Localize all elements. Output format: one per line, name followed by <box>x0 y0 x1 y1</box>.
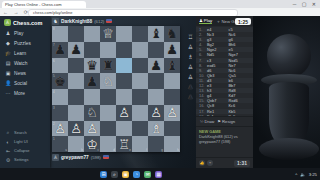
square-e3[interactable]: ♙ <box>116 105 132 121</box>
white-piece-n-c3[interactable]: ♘ <box>86 106 98 119</box>
square-h6[interactable]: ♝ <box>164 58 180 74</box>
captured-piece: ♙ <box>188 64 193 70</box>
file-label: c <box>98 148 100 152</box>
more-icon: ⋯ <box>5 90 11 96</box>
square-g2[interactable]: ♗ <box>148 121 164 137</box>
square-g6[interactable]: ♟ <box>148 58 164 74</box>
square-d2[interactable] <box>100 121 116 137</box>
square-h5[interactable] <box>164 73 180 89</box>
square-d8[interactable]: ♕ <box>100 26 116 42</box>
rank-label: 4 <box>53 90 55 94</box>
black-piece-n-h8[interactable]: ♞ <box>166 27 178 40</box>
site-logo[interactable]: ♙ Chess.com <box>0 16 50 28</box>
white-piece-k-c1[interactable]: ♔ <box>86 138 98 151</box>
player-clock: 1:31 <box>234 160 250 167</box>
taskbar-mail-icon[interactable]: ✉ <box>144 171 151 178</box>
opponent-name[interactable]: DarkKnight88 <box>61 19 92 24</box>
resign-button[interactable]: ⚑ Resign <box>217 119 235 124</box>
taskbar-search-icon[interactable]: ⌕ <box>111 171 118 178</box>
resign-flag-icon: ⚑ <box>217 119 221 124</box>
square-b8[interactable] <box>68 26 84 42</box>
square-g3[interactable]: ♙ <box>148 105 164 121</box>
square-c1[interactable]: c♔ <box>84 136 100 152</box>
square-a8[interactable]: 8 <box>52 26 68 42</box>
opponent-rating: (612) <box>94 19 104 24</box>
square-b5[interactable] <box>68 73 84 89</box>
rank-label: 3 <box>53 106 55 110</box>
square-e8[interactable] <box>116 26 132 42</box>
sidebar-item-light-ui[interactable]: ◐Light UI <box>0 137 50 146</box>
square-d4[interactable] <box>100 89 116 105</box>
square-h7[interactable]: ♟ <box>164 42 180 58</box>
square-f2[interactable] <box>132 121 148 137</box>
square-a1[interactable]: 1a <box>52 136 68 152</box>
windows-taskbar: ⊞⌕▣◔✉▦ ^ 🔈 3:25 <box>0 168 320 180</box>
player-flag-icon <box>103 155 109 159</box>
white-piece-p-a2[interactable]: ♙ <box>54 122 66 135</box>
square-h3[interactable]: ♙ <box>164 105 180 121</box>
draw-icon: ½ <box>200 119 204 124</box>
thumbs-up-icon[interactable]: 👍 <box>199 160 205 166</box>
square-d7[interactable] <box>100 42 116 58</box>
giant-pawn-base <box>259 138 319 160</box>
sidebar-item-more[interactable]: ⋯More <box>0 88 50 98</box>
tab-new-game-icon: ＋ <box>216 19 220 24</box>
puzzles-icon: ◆ <box>5 40 11 46</box>
square-g7[interactable] <box>148 42 164 58</box>
square-d1[interactable]: d <box>100 136 116 152</box>
square-b7[interactable]: ♟ <box>68 42 84 58</box>
file-label: e <box>129 148 131 152</box>
search-icon: ⌕ <box>5 129 11 136</box>
square-g4[interactable] <box>148 89 164 105</box>
square-h1[interactable]: h <box>164 136 180 152</box>
black-piece-b-h6[interactable]: ♝ <box>166 59 178 72</box>
file-label: g <box>161 148 163 152</box>
rank-label: 8 <box>53 27 55 31</box>
system-tray[interactable]: ^ 🔈 3:25 <box>295 172 317 177</box>
player-avatar[interactable]: ♙ <box>52 154 59 161</box>
add-icon[interactable]: ＋ <box>207 160 213 166</box>
captured-piece: ♙ <box>188 74 193 80</box>
black-piece-q-c6[interactable]: ♛ <box>86 59 98 72</box>
square-e5[interactable] <box>116 73 132 89</box>
square-e4[interactable] <box>116 89 132 105</box>
white-piece-p-b2[interactable]: ♙ <box>70 122 82 135</box>
chat-line: greypawn77 (598) <box>199 139 250 144</box>
captured-piece: ♟ <box>188 84 193 90</box>
sidebar-item-learn[interactable]: 🎓Learn <box>0 48 50 58</box>
square-e1[interactable]: e♖ <box>116 136 132 152</box>
move-list[interactable]: 1.e4c52.Nc3Nc63.g3g64.Bg2Bh65.Nge2e56.Nd… <box>196 26 253 116</box>
square-g1[interactable]: g <box>148 136 164 152</box>
square-c5[interactable]: ♟ <box>84 73 100 89</box>
panel-tabs: ♟ Play ＋ New Game 1:25 <box>196 16 253 26</box>
page-background: ♙ Chess.com ♟Play◆Puzzles🎓Learn▤Watch▣Ne… <box>0 16 320 168</box>
square-a7[interactable]: 7♟ <box>52 42 68 58</box>
tray-chevron-icon[interactable]: ^ <box>295 172 297 177</box>
chat-box[interactable]: NEW GAME DarkKnight88 (612) vs greypawn7… <box>196 126 253 157</box>
panel-bottom-bar: 👍 ＋ 1:31 <box>196 157 253 168</box>
black-piece-p-h7[interactable]: ♟ <box>166 43 178 56</box>
giant-pawn-body <box>269 82 309 144</box>
white-piece-p-h3[interactable]: ♙ <box>166 106 178 119</box>
white-piece-p-e3[interactable]: ♙ <box>118 106 130 119</box>
rank-label: 6 <box>53 59 55 63</box>
black-piece-k-a5[interactable]: ♚ <box>54 75 66 88</box>
square-h8[interactable]: ♞ <box>164 26 180 42</box>
square-h4[interactable] <box>164 89 180 105</box>
file-label: a <box>65 148 67 152</box>
square-f7[interactable] <box>132 42 148 58</box>
rank-label: 1 <box>53 137 55 141</box>
game-action-buttons: ½ Draw ⚑ Resign <box>196 116 253 126</box>
captured-piece: ♙ <box>188 44 193 50</box>
square-b2[interactable]: ♙ <box>68 121 84 137</box>
giant-pawn-head <box>267 34 311 78</box>
file-label: f <box>146 148 147 152</box>
square-d5[interactable]: ♘ <box>100 73 116 89</box>
background-scene <box>253 16 320 168</box>
taskbar-files-icon[interactable]: ▣ <box>122 171 129 178</box>
sidebar-item-watch[interactable]: ▤Watch <box>0 58 50 68</box>
square-f3[interactable] <box>132 105 148 121</box>
square-c7[interactable] <box>84 42 100 58</box>
file-label: b <box>81 148 83 152</box>
social-icon: 👤 <box>5 80 11 86</box>
square-a6[interactable]: 6 <box>52 58 68 74</box>
opponent-bar: ♞ DarkKnight88 (612) <box>52 17 186 25</box>
captured-piece: ♗ <box>188 54 193 60</box>
window-controls[interactable]: ─ ▢ ✕ <box>293 0 318 8</box>
square-f1[interactable]: f <box>132 136 148 152</box>
white-piece-q-d8[interactable]: ♕ <box>102 27 114 40</box>
sidebar-item-social[interactable]: 👤Social <box>0 78 50 88</box>
white-piece-p-c2[interactable]: ♙ <box>86 122 98 135</box>
sidebar-item-settings[interactable]: ⚙Settings <box>0 155 50 164</box>
square-a5[interactable]: 5♚ <box>52 73 68 89</box>
square-e7[interactable] <box>116 42 132 58</box>
light-ui-icon: ◐ <box>5 139 11 145</box>
square-c8[interactable] <box>84 26 100 42</box>
file-label: d <box>113 148 115 152</box>
watch-icon: ▤ <box>5 60 11 66</box>
tray-clock: 3:25 <box>309 172 317 177</box>
black-piece-r-d6[interactable]: ♜ <box>102 59 114 72</box>
sidebar-item-collapse[interactable]: ⇤Collapse <box>0 146 50 155</box>
player-bar: ♙ greypawn77 (598) <box>52 153 186 161</box>
tab-play[interactable]: ♟ Play <box>199 18 212 24</box>
tab-play-icon: ♟ <box>199 18 203 23</box>
sidebar-item-search[interactable]: ⌕Search <box>0 127 50 137</box>
square-f6[interactable] <box>132 58 148 74</box>
square-d3[interactable] <box>100 105 116 121</box>
rank-label: 2 <box>53 122 55 126</box>
opponent-clock: 1:25 <box>235 18 251 25</box>
square-d6[interactable]: ♜ <box>100 58 116 74</box>
browser-nav-buttons[interactable]: ← → ⟳ <box>3 8 30 16</box>
player-rating: (598) <box>91 155 101 160</box>
white-piece-n-d5[interactable]: ♘ <box>102 75 114 88</box>
square-g8[interactable]: ♝ <box>148 26 164 42</box>
square-f5[interactable] <box>132 73 148 89</box>
browser-tab[interactable]: Play Chess Online - Chess.com <box>2 1 86 8</box>
sidebar-item-play[interactable]: ♟Play <box>0 28 50 38</box>
opponent-avatar[interactable]: ♞ <box>52 18 59 25</box>
collapse-icon: ⇤ <box>5 148 11 154</box>
sidebar-item-news[interactable]: ▣News <box>0 68 50 78</box>
square-b6[interactable] <box>68 58 84 74</box>
tray-speaker-icon[interactable]: 🔈 <box>300 172 305 177</box>
captured-piece: ♖ <box>188 34 193 40</box>
white-piece-r-e1[interactable]: ♖ <box>118 138 130 151</box>
square-b1[interactable]: b <box>68 136 84 152</box>
black-piece-p-b7[interactable]: ♟ <box>70 43 82 56</box>
sidebar-item-puzzles[interactable]: ◆Puzzles <box>0 38 50 48</box>
settings-icon: ⚙ <box>5 157 11 163</box>
file-label: h <box>177 148 179 152</box>
white-piece-b-g2[interactable]: ♗ <box>150 122 162 135</box>
play-icon: ♟ <box>5 30 11 36</box>
square-a4[interactable]: 4 <box>52 89 68 105</box>
square-g5[interactable] <box>148 73 164 89</box>
square-a2[interactable]: 2♙ <box>52 121 68 137</box>
news-icon: ▣ <box>5 70 11 76</box>
opponent-flag-icon <box>106 19 112 23</box>
taskbar-start-icon[interactable]: ⊞ <box>100 171 107 178</box>
learn-icon: 🎓 <box>5 50 11 56</box>
square-e2[interactable] <box>116 121 132 137</box>
brand-name: Chess.com <box>13 20 42 26</box>
square-b3[interactable] <box>68 105 84 121</box>
taskbar-app-icon[interactable]: ▦ <box>155 171 162 178</box>
square-e6[interactable] <box>116 58 132 74</box>
square-f8[interactable] <box>132 26 148 42</box>
square-c2[interactable]: ♙ <box>84 121 100 137</box>
rank-label: 7 <box>53 43 55 47</box>
player-name[interactable]: greypawn77 <box>61 155 89 160</box>
square-f4[interactable] <box>132 89 148 105</box>
chess-board[interactable]: 8♕♝♞7♟♟♟6♛♜♟♝5♚♟♘43♘♙♙♙2♙♙♙♗1abc♔de♖fgh <box>52 26 180 152</box>
taskbar-browser-icon[interactable]: ◔ <box>133 171 140 178</box>
square-b4[interactable] <box>68 89 84 105</box>
square-c6[interactable]: ♛ <box>84 58 100 74</box>
square-c3[interactable]: ♘ <box>84 105 100 121</box>
black-piece-p-a7[interactable]: ♟ <box>54 43 66 56</box>
black-piece-p-g6[interactable]: ♟ <box>150 59 162 72</box>
black-piece-p-c5[interactable]: ♟ <box>86 75 98 88</box>
logo-pawn-icon: ♙ <box>4 19 11 26</box>
captured-piece: ♟ <box>188 94 193 100</box>
game-panel: ♟ Play ＋ New Game 1:25 1.e4c52.Nc3Nc63.g… <box>196 16 253 168</box>
white-piece-p-g3[interactable]: ♙ <box>150 106 162 119</box>
square-h2[interactable] <box>164 121 180 137</box>
browser-tab-strip: Play Chess Online - Chess.com ─ ▢ ✕ <box>0 0 320 8</box>
rank-label: 5 <box>53 74 55 78</box>
square-a3[interactable]: 3 <box>52 105 68 121</box>
sidebar: ♙ Chess.com ♟Play◆Puzzles🎓Learn▤Watch▣Ne… <box>0 16 50 168</box>
draw-button[interactable]: ½ Draw <box>200 119 214 124</box>
square-c4[interactable] <box>84 89 100 105</box>
captured-pieces-tray: ♖♙♗♙♙♟♟ <box>186 28 195 158</box>
black-piece-b-g8[interactable]: ♝ <box>150 27 162 40</box>
